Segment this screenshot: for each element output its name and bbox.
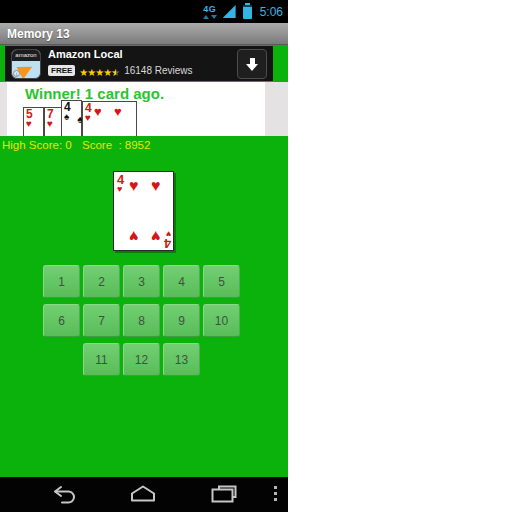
guess-button-2[interactable]: 2 [83,265,120,298]
ad-text-block: Amazon Local FREE ★★★★★★ 16148 Reviews [48,48,193,80]
signal-strength-icon [223,5,236,18]
heart-pip: ♥ [129,178,139,194]
app-title: Memory 13 [7,27,70,41]
ad-app-name: Amazon Local [48,48,193,60]
network-label: 4G [203,5,216,14]
phone-screen: 4G 5:06 Memory 13 amazon i Amazon Local [0,0,288,512]
home-button[interactable] [130,485,156,506]
card-corner-bottom-right: 4 ♥ [164,229,171,250]
recent-card-4-of-spades: 4 ♠ ♠ [61,100,82,136]
heart-pip: ♥ [94,104,102,119]
game-board: High Score: 0 Score : 8952 4 ♥ ♥ ♥ ♥ ♥ 4… [0,136,288,477]
android-nav-bar [0,477,288,512]
star-rating: ★★★★★★ [79,62,120,80]
review-count: 16148 Reviews [124,65,192,76]
recent-card-7-of-hearts: 7 ♥ [44,107,62,136]
screenshot-canvas: 4G 5:06 Memory 13 amazon i Amazon Local [0,0,512,512]
app-title-bar: Memory 13 [0,23,288,45]
recents-icon [211,485,237,503]
amazon-local-swoosh-icon [17,60,36,78]
guess-button-9[interactable]: 9 [163,304,200,337]
guess-button-8[interactable]: 8 [123,304,160,337]
guess-button-13[interactable]: 13 [163,343,200,376]
guess-button-3[interactable]: 3 [123,265,160,298]
guess-button-6[interactable]: 6 [43,304,80,337]
ad-banner[interactable]: amazon i Amazon Local FREE ★★★★★★ 16148 … [5,45,273,81]
heart-pip: ♥ [151,178,161,194]
heart-pip: ♥ [114,104,122,119]
guess-button-7[interactable]: 7 [83,304,120,337]
data-activity-arrows-icon [203,15,217,19]
guess-button-4[interactable]: 4 [163,265,200,298]
star-half-icon: ★★ [111,67,120,78]
revealed-card-4-of-hearts[interactable]: 4 ♥ ♥ ♥ ♥ ♥ 4 ♥ [113,171,174,251]
ad-download-button[interactable] [237,49,267,79]
number-button-grid: 1 2 3 4 5 6 7 8 9 10 11 12 13 [43,265,240,376]
heart-pip: ♥ [151,228,161,244]
back-icon [52,485,79,504]
guess-button-1[interactable]: 1 [43,265,80,298]
ad-row: amazon i Amazon Local FREE ★★★★★★ 16148 … [0,45,288,82]
stars-full-icon: ★★★★ [79,67,111,78]
result-panel: Winner! 1 card ago. 5 ♥ 7 ♥ 4 ♠ ♠ 4 ♥ ♥ … [0,82,288,136]
menu-overflow-button[interactable] [274,486,277,501]
battery-icon [243,5,252,19]
winner-message: Winner! 1 card ago. [25,85,164,102]
heart-icon: ♥ [117,185,124,194]
scoreboard: High Score: 0 Score : 8952 [2,139,72,151]
guess-button-10[interactable]: 10 [203,304,240,337]
back-button[interactable] [52,485,79,508]
recent-card-5-of-hearts: 5 ♥ [23,107,44,136]
status-clock: 5:06 [260,5,283,19]
ad-sub-row: FREE ★★★★★★ 16148 Reviews [48,62,193,80]
amazon-logo-text: amazon [12,50,40,61]
high-score-text: High Score: 0 [2,139,72,151]
heart-icon: ♥ [164,229,171,238]
guess-button-11[interactable]: 11 [83,343,120,376]
home-icon [130,485,156,502]
network-4g-icon: 4G [203,5,217,19]
recent-apps-button[interactable] [211,485,237,507]
card-corner-top-left: 4 ♥ [117,173,124,194]
recent-card-4-of-hearts: 4 ♥ ♥ ♥ [82,101,137,136]
heart-pip: ♥ [129,228,139,244]
guess-button-5[interactable]: 5 [203,265,240,298]
free-badge: FREE [48,65,75,76]
ad-info-icon[interactable]: i [13,70,20,77]
status-bar: 4G 5:06 [0,0,288,23]
score-text: Score : 8952 [82,139,150,151]
guess-button-12[interactable]: 12 [123,343,160,376]
amazon-local-app-icon[interactable]: amazon i [11,49,41,79]
